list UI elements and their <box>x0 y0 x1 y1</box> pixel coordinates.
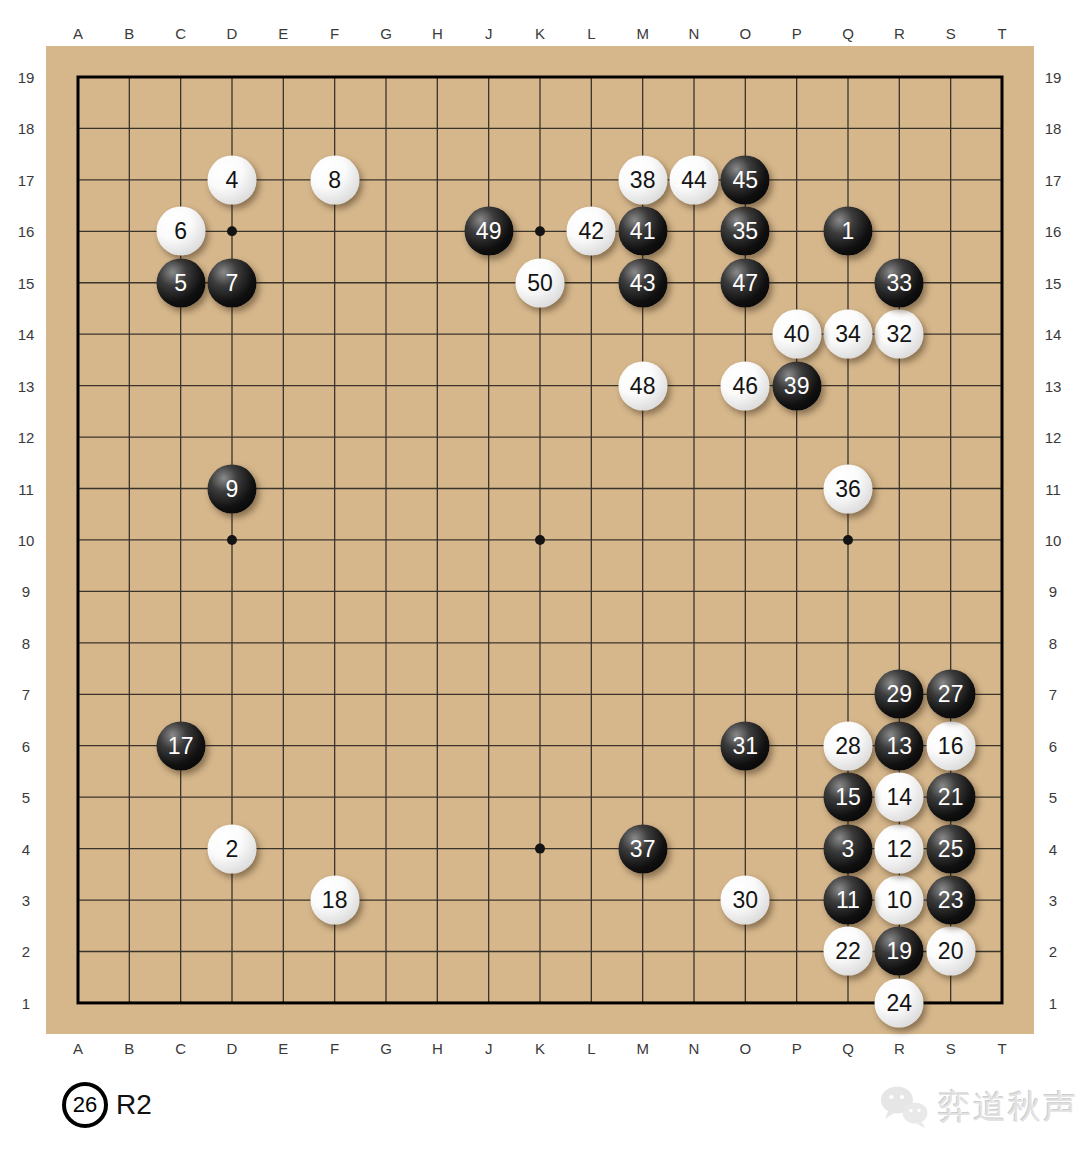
column-label-top-b: B <box>124 25 134 42</box>
column-label-bottom-r: R <box>894 1040 905 1057</box>
column-label-bottom-k: K <box>535 1040 545 1057</box>
stone-white-4-d17: 4 <box>207 155 256 204</box>
column-label-top-c: C <box>175 25 186 42</box>
stone-white-12-r4: 12 <box>875 824 924 873</box>
star-point-d16 <box>227 226 237 236</box>
row-label-right-1: 1 <box>1049 994 1057 1011</box>
row-label-right-12: 12 <box>1045 429 1062 446</box>
stone-white-18-f3: 18 <box>310 876 359 925</box>
column-label-top-j: J <box>485 25 493 42</box>
row-label-left-17: 17 <box>18 171 35 188</box>
column-label-bottom-f: F <box>330 1040 339 1057</box>
row-label-left-6: 6 <box>22 737 30 754</box>
column-label-top-s: S <box>946 25 956 42</box>
stone-white-38-m17: 38 <box>618 155 667 204</box>
watermark: 弈道秋声 <box>878 1084 1078 1130</box>
column-label-bottom-d: D <box>227 1040 238 1057</box>
stone-black-33-r15: 33 <box>875 258 924 307</box>
stone-black-17-c6: 17 <box>156 721 205 770</box>
stone-white-32-r14: 32 <box>875 310 924 359</box>
column-label-top-p: P <box>792 25 802 42</box>
stone-white-20-s2: 20 <box>926 927 975 976</box>
stone-white-50-k15: 50 <box>515 258 564 307</box>
stone-black-11-q3: 11 <box>823 876 872 925</box>
column-label-top-n: N <box>689 25 700 42</box>
row-label-right-14: 14 <box>1045 326 1062 343</box>
column-label-bottom-a: A <box>73 1040 83 1057</box>
stone-black-25-s4: 25 <box>926 824 975 873</box>
stone-black-13-r6: 13 <box>875 721 924 770</box>
stone-white-10-r3: 10 <box>875 876 924 925</box>
column-label-bottom-j: J <box>485 1040 493 1057</box>
row-label-right-10: 10 <box>1045 531 1062 548</box>
column-label-bottom-e: E <box>278 1040 288 1057</box>
column-label-top-h: H <box>432 25 443 42</box>
stone-black-5-c15: 5 <box>156 258 205 307</box>
row-label-left-18: 18 <box>18 120 35 137</box>
stone-white-6-c16: 6 <box>156 207 205 256</box>
column-label-bottom-h: H <box>432 1040 443 1057</box>
row-label-right-13: 13 <box>1045 377 1062 394</box>
row-label-right-9: 9 <box>1049 583 1057 600</box>
stone-black-9-d11: 9 <box>207 464 256 513</box>
row-label-right-8: 8 <box>1049 634 1057 651</box>
row-label-left-1: 1 <box>22 994 30 1011</box>
row-label-left-8: 8 <box>22 634 30 651</box>
stone-black-15-q5: 15 <box>823 773 872 822</box>
row-label-left-10: 10 <box>18 531 35 548</box>
stone-white-40-p14: 40 <box>772 310 821 359</box>
stone-black-19-r2: 19 <box>875 927 924 976</box>
stone-white-44-n17: 44 <box>669 155 718 204</box>
column-label-bottom-s: S <box>946 1040 956 1057</box>
row-label-left-16: 16 <box>18 223 35 240</box>
stone-black-7-d15: 7 <box>207 258 256 307</box>
column-label-bottom-n: N <box>689 1040 700 1057</box>
stone-black-45-o17: 45 <box>721 155 770 204</box>
wechat-chat-bubbles-icon <box>878 1084 930 1130</box>
column-label-top-m: M <box>636 25 649 42</box>
stone-black-31-o6: 31 <box>721 721 770 770</box>
row-label-right-6: 6 <box>1049 737 1057 754</box>
column-label-bottom-l: L <box>587 1040 595 1057</box>
stone-black-47-o15: 47 <box>721 258 770 307</box>
stone-white-22-q2: 22 <box>823 927 872 976</box>
column-label-bottom-g: G <box>380 1040 392 1057</box>
row-label-left-15: 15 <box>18 274 35 291</box>
star-point-q10 <box>843 535 853 545</box>
caption-location: R2 <box>116 1089 152 1121</box>
stone-white-48-m13: 48 <box>618 361 667 410</box>
row-label-left-7: 7 <box>22 686 30 703</box>
row-label-left-9: 9 <box>22 583 30 600</box>
row-label-right-18: 18 <box>1045 120 1062 137</box>
row-label-right-16: 16 <box>1045 223 1062 240</box>
column-label-top-q: Q <box>842 25 854 42</box>
watermark-text: 弈道秋声 <box>938 1085 1078 1130</box>
stone-white-14-r5: 14 <box>875 773 924 822</box>
row-label-left-12: 12 <box>18 429 35 446</box>
column-label-top-l: L <box>587 25 595 42</box>
row-label-right-19: 19 <box>1045 69 1062 86</box>
stone-black-35-o16: 35 <box>721 207 770 256</box>
stone-white-8-f17: 8 <box>310 155 359 204</box>
row-label-left-11: 11 <box>18 480 34 497</box>
row-label-right-7: 7 <box>1049 686 1057 703</box>
stone-black-1-q16: 1 <box>823 207 872 256</box>
stone-black-21-s5: 21 <box>926 773 975 822</box>
board-grid <box>0 0 1080 1156</box>
stone-white-28-q6: 28 <box>823 721 872 770</box>
stone-white-42-l16: 42 <box>567 207 616 256</box>
star-point-k4 <box>535 844 545 854</box>
row-label-right-5: 5 <box>1049 789 1057 806</box>
star-point-d10 <box>227 535 237 545</box>
row-label-right-3: 3 <box>1049 892 1057 909</box>
stone-black-29-r7: 29 <box>875 670 924 719</box>
stone-black-27-s7: 27 <box>926 670 975 719</box>
row-label-right-17: 17 <box>1045 171 1062 188</box>
column-label-bottom-p: P <box>792 1040 802 1057</box>
row-label-left-5: 5 <box>22 789 30 806</box>
column-label-top-a: A <box>73 25 83 42</box>
stone-white-24-r1: 24 <box>875 978 924 1027</box>
row-label-left-3: 3 <box>22 892 30 909</box>
column-label-top-t: T <box>997 25 1006 42</box>
go-diagram-page: AABBCCDDEEFFGGHHJJKKLLMMNNOOPPQQRRSSTT19… <box>0 0 1080 1156</box>
star-point-k10 <box>535 535 545 545</box>
row-label-left-2: 2 <box>22 943 30 960</box>
column-label-top-f: F <box>330 25 339 42</box>
row-label-right-2: 2 <box>1049 943 1057 960</box>
stone-black-39-p13: 39 <box>772 361 821 410</box>
stone-black-37-m4: 37 <box>618 824 667 873</box>
stone-black-43-m15: 43 <box>618 258 667 307</box>
column-label-bottom-m: M <box>636 1040 649 1057</box>
column-label-top-o: O <box>739 25 751 42</box>
column-label-bottom-q: Q <box>842 1040 854 1057</box>
column-label-top-g: G <box>380 25 392 42</box>
stone-white-30-o3: 30 <box>721 876 770 925</box>
caption-white-stone-26: 26 <box>62 1082 108 1128</box>
row-label-right-11: 11 <box>1045 480 1061 497</box>
star-point-k16 <box>535 226 545 236</box>
column-label-top-d: D <box>227 25 238 42</box>
column-label-top-k: K <box>535 25 545 42</box>
stone-white-2-d4: 2 <box>207 824 256 873</box>
row-label-left-4: 4 <box>22 840 30 857</box>
stone-white-46-o13: 46 <box>721 361 770 410</box>
column-label-top-e: E <box>278 25 288 42</box>
column-label-bottom-t: T <box>997 1040 1006 1057</box>
row-label-left-13: 13 <box>18 377 35 394</box>
row-label-right-15: 15 <box>1045 274 1062 291</box>
stone-white-36-q11: 36 <box>823 464 872 513</box>
stone-black-49-j16: 49 <box>464 207 513 256</box>
column-label-bottom-b: B <box>124 1040 134 1057</box>
row-label-left-19: 19 <box>18 69 35 86</box>
column-label-bottom-c: C <box>175 1040 186 1057</box>
stone-black-23-s3: 23 <box>926 876 975 925</box>
row-label-right-4: 4 <box>1049 840 1057 857</box>
column-label-top-r: R <box>894 25 905 42</box>
row-label-left-14: 14 <box>18 326 35 343</box>
stone-white-16-s6: 16 <box>926 721 975 770</box>
stone-black-3-q4: 3 <box>823 824 872 873</box>
stone-white-34-q14: 34 <box>823 310 872 359</box>
stone-black-41-m16: 41 <box>618 207 667 256</box>
column-label-bottom-o: O <box>739 1040 751 1057</box>
